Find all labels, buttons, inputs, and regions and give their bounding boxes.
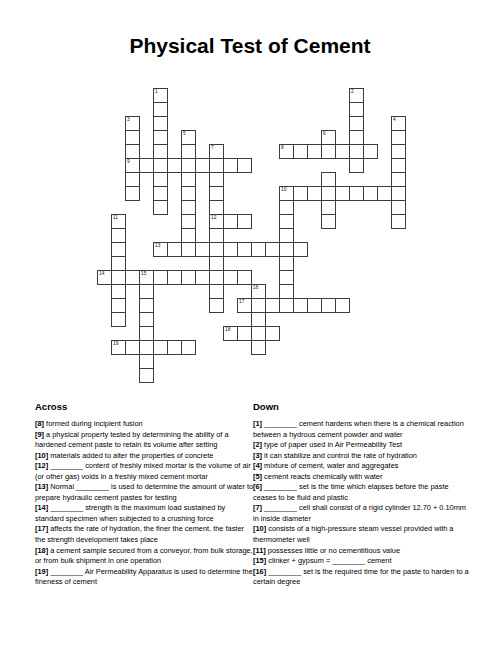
clue-across-17: [17] affects the rate of hydration, the … — [35, 524, 254, 545]
grid-cell — [349, 130, 364, 145]
grid-cell — [181, 158, 196, 173]
grid-cell — [307, 186, 322, 201]
grid-cell — [139, 284, 154, 299]
clue-number-label: [1] — [253, 419, 262, 428]
clue-across-8: [8] formed during incipient fusion — [35, 419, 254, 430]
grid-cell — [167, 158, 182, 173]
grid-cell — [167, 242, 182, 257]
grid-cell — [237, 214, 252, 229]
grid-cell — [391, 158, 406, 173]
grid-cell — [139, 326, 154, 341]
clue-text: Normal ________ is used to determine the… — [35, 482, 253, 502]
clue-number: 7 — [211, 145, 214, 150]
across-header: Across — [35, 401, 254, 412]
clue-down-16: [16] ________ set is the required time f… — [253, 567, 472, 588]
grid-cell — [279, 256, 294, 271]
clue-text: ________ cement hardens when there is a … — [253, 419, 464, 439]
clue-across-10: [10] materials added to alter the proper… — [35, 451, 254, 462]
clue-text: ________ cell shall consist of a rigid c… — [253, 503, 466, 523]
clue-number-label: [4] — [253, 461, 262, 470]
clue-number: 8 — [281, 145, 284, 150]
grid-cell — [181, 144, 196, 159]
down-header: Down — [253, 401, 472, 412]
grid-cell — [251, 326, 266, 341]
grid-cell — [139, 354, 154, 369]
clue-number-label: [13] — [35, 482, 48, 491]
grid-cell — [237, 242, 252, 257]
grid-cell — [223, 270, 238, 285]
grid-cell — [349, 102, 364, 117]
clue-text: a cement sample secured from a conveyor,… — [35, 546, 253, 566]
clue-text: type of paper used in Air Permeability T… — [262, 440, 402, 449]
across-clues: [8] formed during incipient fusion[9] a … — [35, 419, 254, 588]
grid-cell — [153, 200, 168, 215]
grid-cell — [209, 256, 224, 271]
grid-cell — [391, 186, 406, 201]
clue-number-label: [19] — [35, 567, 48, 576]
clue-down-7: [7] ________ cell shall consist of a rig… — [253, 503, 472, 524]
grid-cell — [279, 284, 294, 299]
grid-cell — [153, 102, 168, 117]
grid-cell — [321, 298, 336, 313]
clue-number-label: [3] — [253, 451, 262, 460]
grid-cell — [153, 270, 168, 285]
crossword-page: Physical Test of Cement 1234567891011121… — [0, 0, 500, 647]
grid-cell — [125, 186, 140, 201]
grid-cell — [363, 144, 378, 159]
grid-cell — [153, 172, 168, 187]
clue-text: clinker + gypsum = ________ cement — [266, 556, 391, 565]
grid-cell — [111, 298, 126, 313]
grid-cell — [195, 158, 210, 173]
clue-number-label: [12] — [35, 461, 48, 470]
clue-number: 16 — [253, 285, 258, 290]
grid-cell — [251, 312, 266, 327]
grid-cell — [209, 186, 224, 201]
grid-cell — [391, 144, 406, 159]
grid-cell — [209, 172, 224, 187]
grid-cell — [209, 298, 224, 313]
grid-cell — [181, 242, 196, 257]
clue-across-9: [9] a physical property tested by determ… — [35, 430, 254, 451]
grid-cell — [139, 368, 154, 383]
grid-cell — [265, 242, 280, 257]
clue-number: 18 — [225, 327, 230, 332]
grid-cell — [111, 270, 126, 285]
grid-cell — [349, 158, 364, 173]
clue-number: 17 — [239, 299, 244, 304]
clue-number-label: [10] — [253, 524, 266, 533]
grid-cell — [125, 144, 140, 159]
grid-cell — [279, 298, 294, 313]
clue-number: 13 — [155, 243, 160, 248]
puzzle-title: Physical Test of Cement — [0, 34, 500, 58]
grid-cell — [237, 326, 252, 341]
grid-cell — [209, 158, 224, 173]
clue-number: 5 — [183, 131, 186, 136]
grid-cell — [279, 242, 294, 257]
clue-text: ________ set is the required time for th… — [253, 567, 469, 587]
grid-cell — [209, 242, 224, 257]
grid-cell — [321, 214, 336, 229]
grid-cell — [321, 200, 336, 215]
grid-cell — [321, 186, 336, 201]
grid-cell — [181, 186, 196, 201]
grid-cell — [209, 270, 224, 285]
grid-cell — [209, 228, 224, 243]
crossword-grid: 12345678910111213141516171819 — [97, 88, 407, 384]
grid-cell — [153, 116, 168, 131]
clue-across-19: [19] ________ Air Permeability Apparatus… — [35, 567, 254, 588]
clue-number: 9 — [127, 159, 130, 164]
clue-number-label: [15] — [253, 556, 266, 565]
clue-number-label: [17] — [35, 524, 48, 533]
grid-cell — [111, 228, 126, 243]
clue-text: mixture of cement, water and aggregates — [262, 461, 398, 470]
grid-cell — [307, 298, 322, 313]
grid-cell — [181, 172, 196, 187]
clue-number-label: [18] — [35, 546, 48, 555]
clue-down-1: [1] ________ cement hardens when there i… — [253, 419, 472, 440]
grid-cell — [125, 270, 140, 285]
clue-number: 3 — [127, 117, 130, 122]
clue-text: materials added to alter the properties … — [48, 451, 213, 460]
grid-cell — [321, 172, 336, 187]
grid-cell — [111, 256, 126, 271]
grid-cell — [111, 312, 126, 327]
grid-cell — [195, 270, 210, 285]
clue-number-label: [5] — [253, 472, 262, 481]
clue-across-13: [13] Normal ________ is used to determin… — [35, 482, 254, 503]
grid-cell — [237, 158, 252, 173]
clue-number-label: [8] — [35, 419, 44, 428]
clue-across-18: [18] a cement sample secured from a conv… — [35, 546, 254, 567]
grid-cell — [335, 144, 350, 159]
clue-text: cement reacts chemically with water — [262, 472, 382, 481]
clue-number-label: [10] — [35, 451, 48, 460]
clue-number-label: [16] — [253, 567, 266, 576]
grid-cell — [223, 214, 238, 229]
grid-cell — [111, 284, 126, 299]
clue-down-15: [15] clinker + gypsum = ________ cement — [253, 556, 472, 567]
grid-cell — [293, 242, 308, 257]
grid-cell — [335, 298, 350, 313]
grid-cell — [153, 186, 168, 201]
clue-across-14: [14] ________ strength is the maximum lo… — [35, 503, 254, 524]
grid-cell — [153, 130, 168, 145]
clue-number-label: [7] — [253, 503, 262, 512]
clue-text: ________ content of freshly mixed mortar… — [35, 461, 251, 481]
grid-cell — [153, 144, 168, 159]
grid-cell — [139, 312, 154, 327]
clue-text: formed during incipient fusion — [44, 419, 143, 428]
clue-down-10: [10] consists of a high-pressure steam v… — [253, 524, 472, 545]
clue-number: 14 — [99, 271, 104, 276]
clue-down-6: [6] ________ set is the time which elaps… — [253, 482, 472, 503]
clue-number: 2 — [351, 89, 354, 94]
grid-cell — [181, 228, 196, 243]
grid-cell — [279, 214, 294, 229]
down-section: Down [1] ________ cement hardens when th… — [253, 401, 472, 588]
clue-number: 4 — [393, 117, 396, 122]
grid-cell — [391, 130, 406, 145]
grid-cell — [391, 172, 406, 187]
clue-down-2: [2] type of paper used in Air Permeabili… — [253, 440, 472, 451]
grid-cell — [139, 158, 154, 173]
clue-across-12: [12] ________ content of freshly mixed m… — [35, 461, 254, 482]
grid-cell — [251, 340, 266, 355]
grid-cell — [125, 340, 140, 355]
grid-cell — [195, 242, 210, 257]
grid-cell — [307, 144, 322, 159]
grid-cell — [251, 242, 266, 257]
clue-text: it can stabilize and control the rate of… — [262, 451, 417, 460]
grid-cell — [111, 242, 126, 257]
grid-cell — [181, 270, 196, 285]
clue-text: consists of a high-pressure steam vessel… — [253, 524, 453, 544]
grid-cell — [279, 270, 294, 285]
grid-cell — [321, 144, 336, 159]
clue-number: 12 — [211, 215, 216, 220]
grid-cell — [265, 298, 280, 313]
grid-cell — [349, 144, 364, 159]
grid-cell — [279, 200, 294, 215]
clue-down-11: [11] possesses little or no cementitious… — [253, 546, 472, 557]
down-clues: [1] ________ cement hardens when there i… — [253, 419, 472, 588]
grid-cell — [237, 270, 252, 285]
clue-number-label: [14] — [35, 503, 48, 512]
grid-cell — [125, 130, 140, 145]
grid-cell — [391, 214, 406, 229]
grid-cell — [209, 284, 224, 299]
grid-cell — [251, 298, 266, 313]
clue-down-3: [3] it can stabilize and control the rat… — [253, 451, 472, 462]
grid-cell — [209, 200, 224, 215]
clue-number-label: [9] — [35, 430, 44, 439]
clue-number: 10 — [281, 187, 286, 192]
grid-cell — [181, 214, 196, 229]
clue-number: 19 — [113, 341, 118, 346]
grid-cell — [139, 340, 154, 355]
grid-cell — [363, 186, 378, 201]
across-section: Across [8] formed during incipient fusio… — [35, 401, 254, 588]
clue-number: 15 — [141, 271, 146, 276]
clue-text: a physical property tested by determinin… — [35, 430, 229, 450]
grid-cell — [279, 228, 294, 243]
grid-cell — [125, 172, 140, 187]
grid-cell — [265, 326, 280, 341]
clue-text: ________ set is the time which elapses b… — [253, 482, 449, 502]
grid-cell — [293, 186, 308, 201]
clue-number: 1 — [155, 89, 158, 94]
grid-cell — [377, 186, 392, 201]
grid-cell — [293, 298, 308, 313]
clue-down-5: [5] cement reacts chemically with water — [253, 472, 472, 483]
grid-cell — [139, 298, 154, 313]
grid-cell — [349, 116, 364, 131]
clue-number: 11 — [113, 215, 118, 220]
grid-cell — [181, 200, 196, 215]
grid-cell — [349, 186, 364, 201]
grid-cell — [293, 144, 308, 159]
clue-text: affects the rate of hydration, the finer… — [35, 524, 244, 544]
grid-cell — [181, 340, 196, 355]
grid-cell — [391, 200, 406, 215]
clue-text: possesses little or no cementitious valu… — [266, 546, 400, 555]
clue-number-label: [6] — [253, 482, 262, 491]
grid-cell — [153, 340, 168, 355]
clue-down-4: [4] mixture of cement, water and aggrega… — [253, 461, 472, 472]
clue-number-label: [2] — [253, 440, 262, 449]
grid-cell — [167, 270, 182, 285]
grid-cell — [153, 158, 168, 173]
clue-number-label: [11] — [253, 546, 266, 555]
grid-cell — [335, 186, 350, 201]
clue-text: ________ strength is the maximum load su… — [35, 503, 225, 523]
grid-cell — [223, 158, 238, 173]
grid-cell — [167, 340, 182, 355]
clue-text: ________ Air Permeability Apparatus is u… — [35, 567, 253, 587]
grid-cell — [223, 242, 238, 257]
clue-number: 6 — [323, 131, 326, 136]
